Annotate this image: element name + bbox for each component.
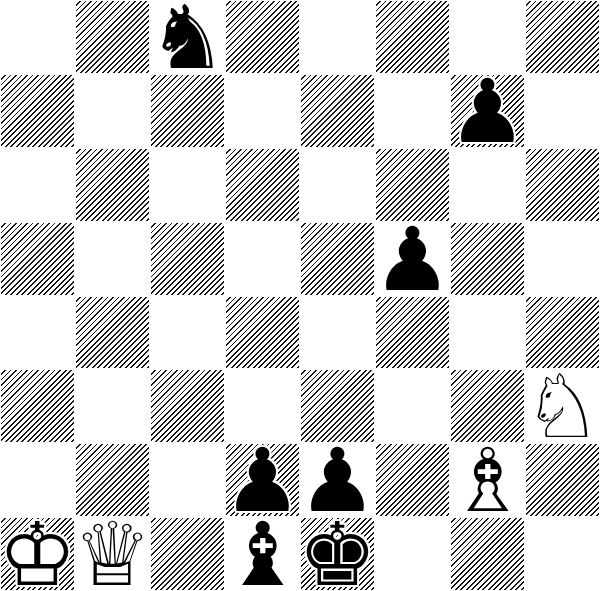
square-b1[interactable]: ♛♕ bbox=[75, 517, 150, 591]
square-b7[interactable] bbox=[75, 74, 150, 148]
black-bishop-glyph: ♝ bbox=[223, 511, 302, 591]
square-d5[interactable] bbox=[225, 222, 300, 296]
square-d8[interactable] bbox=[225, 0, 300, 74]
square-h2[interactable] bbox=[525, 443, 600, 517]
square-a6[interactable] bbox=[0, 148, 75, 222]
square-a1[interactable]: ♚♔ bbox=[0, 517, 75, 591]
chess-board: ♞♟♟♞♘♟♟♝♗♚♔♛♕♝♚ bbox=[0, 0, 600, 591]
square-d1[interactable]: ♝ bbox=[225, 517, 300, 591]
black-bishop[interactable]: ♝ bbox=[225, 517, 300, 591]
square-h5[interactable] bbox=[525, 222, 600, 296]
square-b8[interactable] bbox=[75, 0, 150, 74]
black-pawn[interactable]: ♟ bbox=[450, 74, 525, 148]
square-e1[interactable]: ♚ bbox=[300, 517, 375, 591]
square-c2[interactable] bbox=[150, 443, 225, 517]
square-h1[interactable] bbox=[525, 517, 600, 591]
square-g1[interactable] bbox=[450, 517, 525, 591]
white-queen-glyph: ♕ bbox=[73, 511, 152, 591]
square-a8[interactable] bbox=[0, 0, 75, 74]
white-king[interactable]: ♚♔ bbox=[0, 517, 75, 591]
square-c5[interactable] bbox=[150, 222, 225, 296]
square-e6[interactable] bbox=[300, 148, 375, 222]
white-king-glyph: ♔ bbox=[0, 511, 77, 591]
white-bishop-glyph: ♗ bbox=[448, 437, 527, 525]
square-c1[interactable] bbox=[150, 517, 225, 591]
square-e5[interactable] bbox=[300, 222, 375, 296]
square-f8[interactable] bbox=[375, 0, 450, 74]
square-e4[interactable] bbox=[300, 296, 375, 370]
square-c3[interactable] bbox=[150, 369, 225, 443]
black-pawn-glyph: ♟ bbox=[373, 216, 452, 304]
square-g5[interactable] bbox=[450, 222, 525, 296]
square-a3[interactable] bbox=[0, 369, 75, 443]
black-pawn-glyph: ♟ bbox=[448, 68, 527, 156]
white-queen[interactable]: ♛♕ bbox=[75, 517, 150, 591]
square-f4[interactable] bbox=[375, 296, 450, 370]
square-d7[interactable] bbox=[225, 74, 300, 148]
square-f3[interactable] bbox=[375, 369, 450, 443]
square-g6[interactable] bbox=[450, 148, 525, 222]
square-h6[interactable] bbox=[525, 148, 600, 222]
square-e8[interactable] bbox=[300, 0, 375, 74]
black-king[interactable]: ♚ bbox=[300, 517, 375, 591]
square-f1[interactable] bbox=[375, 517, 450, 591]
square-b6[interactable] bbox=[75, 148, 150, 222]
chess-diagram: ♞♟♟♞♘♟♟♝♗♚♔♛♕♝♚ bbox=[0, 0, 600, 591]
square-g4[interactable] bbox=[450, 296, 525, 370]
square-f7[interactable] bbox=[375, 74, 450, 148]
black-king-glyph: ♚ bbox=[298, 511, 377, 591]
square-a7[interactable] bbox=[0, 74, 75, 148]
square-h8[interactable] bbox=[525, 0, 600, 74]
square-c4[interactable] bbox=[150, 296, 225, 370]
square-a5[interactable] bbox=[0, 222, 75, 296]
square-b5[interactable] bbox=[75, 222, 150, 296]
square-c6[interactable] bbox=[150, 148, 225, 222]
square-f5[interactable]: ♟ bbox=[375, 222, 450, 296]
square-f2[interactable] bbox=[375, 443, 450, 517]
white-bishop[interactable]: ♝♗ bbox=[450, 443, 525, 517]
square-c7[interactable] bbox=[150, 74, 225, 148]
square-e7[interactable] bbox=[300, 74, 375, 148]
square-c8[interactable]: ♞ bbox=[150, 0, 225, 74]
square-d4[interactable] bbox=[225, 296, 300, 370]
square-g2[interactable]: ♝♗ bbox=[450, 443, 525, 517]
square-a4[interactable] bbox=[0, 296, 75, 370]
black-knight[interactable]: ♞ bbox=[150, 0, 225, 74]
white-knight[interactable]: ♞♘ bbox=[525, 369, 600, 443]
square-g7[interactable]: ♟ bbox=[450, 74, 525, 148]
square-b4[interactable] bbox=[75, 296, 150, 370]
black-knight-glyph: ♞ bbox=[148, 0, 227, 82]
square-h7[interactable] bbox=[525, 74, 600, 148]
square-d6[interactable] bbox=[225, 148, 300, 222]
square-b3[interactable] bbox=[75, 369, 150, 443]
black-pawn[interactable]: ♟ bbox=[375, 222, 450, 296]
white-knight-glyph: ♘ bbox=[523, 363, 600, 451]
square-h3[interactable]: ♞♘ bbox=[525, 369, 600, 443]
